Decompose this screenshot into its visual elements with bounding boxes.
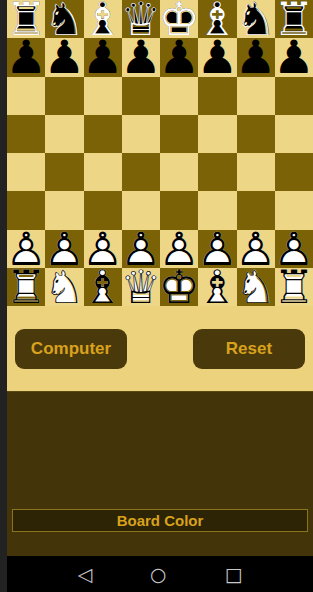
square-e6[interactable] bbox=[160, 77, 198, 115]
square-a5[interactable] bbox=[7, 115, 45, 153]
reset-button[interactable]: Reset bbox=[193, 329, 305, 369]
square-a7[interactable]: ♟ bbox=[7, 38, 45, 76]
chess-board: ♜♖♞♘♝♗♛♕♚♔♝♗♞♘♜♖♟♟♟♟♟♟♟♟♟♙♟♙♟♙♟♙♟♙♟♙♟♙♟♙… bbox=[7, 0, 313, 306]
square-e7[interactable]: ♟ bbox=[160, 38, 198, 76]
white-bishop: ♝♗ bbox=[84, 268, 122, 306]
square-e1[interactable]: ♚♔ bbox=[160, 268, 198, 306]
computer-button[interactable]: Computer bbox=[15, 329, 127, 369]
square-a1[interactable]: ♜♖ bbox=[7, 268, 45, 306]
lower-panel: Board Color bbox=[7, 391, 313, 556]
board-color-button-label: Board Color bbox=[117, 512, 204, 529]
white-bishop: ♝♗ bbox=[198, 268, 236, 306]
square-b7[interactable]: ♟ bbox=[45, 38, 83, 76]
home-icon[interactable]: ○ bbox=[150, 565, 167, 584]
square-f6[interactable] bbox=[198, 77, 236, 115]
black-pawn: ♟ bbox=[198, 38, 236, 76]
square-d1[interactable]: ♛♕ bbox=[122, 268, 160, 306]
square-g5[interactable] bbox=[237, 115, 275, 153]
chess-app-screen: ♜♖♞♘♝♗♛♕♚♔♝♗♞♘♜♖♟♟♟♟♟♟♟♟♟♙♟♙♟♙♟♙♟♙♟♙♟♙♟♙… bbox=[7, 0, 313, 592]
square-h4[interactable] bbox=[275, 153, 313, 191]
white-rook: ♜♖ bbox=[275, 268, 313, 306]
square-f1[interactable]: ♝♗ bbox=[198, 268, 236, 306]
white-king: ♚♔ bbox=[160, 268, 198, 306]
square-h1[interactable]: ♜♖ bbox=[275, 268, 313, 306]
square-e4[interactable] bbox=[160, 153, 198, 191]
square-h6[interactable] bbox=[275, 77, 313, 115]
white-rook: ♜♖ bbox=[7, 268, 45, 306]
square-c4[interactable] bbox=[84, 153, 122, 191]
square-c5[interactable] bbox=[84, 115, 122, 153]
square-e5[interactable] bbox=[160, 115, 198, 153]
square-a4[interactable] bbox=[7, 153, 45, 191]
board-color-button[interactable]: Board Color bbox=[12, 509, 308, 532]
square-c1[interactable]: ♝♗ bbox=[84, 268, 122, 306]
square-a6[interactable] bbox=[7, 77, 45, 115]
square-d7[interactable]: ♟ bbox=[122, 38, 160, 76]
square-b6[interactable] bbox=[45, 77, 83, 115]
square-g1[interactable]: ♞♘ bbox=[237, 268, 275, 306]
recents-icon[interactable]: □ bbox=[225, 565, 243, 584]
square-c6[interactable] bbox=[84, 77, 122, 115]
square-h7[interactable]: ♟ bbox=[275, 38, 313, 76]
reset-button-label: Reset bbox=[226, 339, 272, 359]
square-b1[interactable]: ♞♘ bbox=[45, 268, 83, 306]
back-icon[interactable]: ◁ bbox=[77, 565, 92, 584]
black-pawn: ♟ bbox=[122, 38, 160, 76]
black-pawn: ♟ bbox=[7, 38, 45, 76]
controls-row: Computer Reset bbox=[7, 306, 313, 391]
black-pawn: ♟ bbox=[45, 38, 83, 76]
square-f4[interactable] bbox=[198, 153, 236, 191]
square-h5[interactable] bbox=[275, 115, 313, 153]
square-d4[interactable] bbox=[122, 153, 160, 191]
black-pawn: ♟ bbox=[237, 38, 275, 76]
black-pawn: ♟ bbox=[275, 38, 313, 76]
computer-button-label: Computer bbox=[31, 339, 111, 359]
white-knight: ♞♘ bbox=[237, 268, 275, 306]
square-g7[interactable]: ♟ bbox=[237, 38, 275, 76]
android-navbar: ◁ ○ □ bbox=[7, 556, 313, 592]
square-d5[interactable] bbox=[122, 115, 160, 153]
square-g4[interactable] bbox=[237, 153, 275, 191]
square-f7[interactable]: ♟ bbox=[198, 38, 236, 76]
square-f5[interactable] bbox=[198, 115, 236, 153]
square-b5[interactable] bbox=[45, 115, 83, 153]
square-b4[interactable] bbox=[45, 153, 83, 191]
black-pawn: ♟ bbox=[84, 38, 122, 76]
black-pawn: ♟ bbox=[160, 38, 198, 76]
white-knight: ♞♘ bbox=[45, 268, 83, 306]
square-d6[interactable] bbox=[122, 77, 160, 115]
square-g6[interactable] bbox=[237, 77, 275, 115]
square-c7[interactable]: ♟ bbox=[84, 38, 122, 76]
white-queen: ♛♕ bbox=[122, 268, 160, 306]
